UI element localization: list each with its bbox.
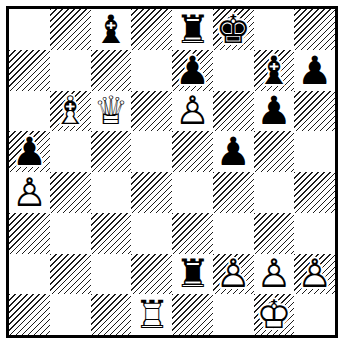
piece-glyph: ♖	[134, 295, 169, 334]
white-pawn-icon[interactable]: ♟♙	[9, 172, 50, 213]
square-g8[interactable]	[254, 9, 295, 50]
piece-glyph: ♙	[256, 254, 291, 293]
square-e2[interactable]: ♜♜	[172, 254, 213, 295]
white-pawn-icon[interactable]: ♟♙	[172, 91, 213, 132]
black-pawn-icon[interactable]: ♟♟	[172, 50, 213, 91]
piece-glyph: ♙	[175, 91, 210, 130]
piece-glyph: ♟	[12, 132, 47, 171]
square-d7[interactable]	[131, 50, 172, 91]
piece-glyph: ♟	[297, 51, 332, 90]
square-h4[interactable]	[294, 172, 335, 213]
piece-glyph: ♙	[216, 254, 251, 293]
square-e4[interactable]	[172, 172, 213, 213]
piece-glyph: ♜	[175, 254, 210, 293]
square-c7[interactable]	[91, 50, 132, 91]
square-h1[interactable]	[294, 294, 335, 335]
white-pawn-icon[interactable]: ♟♙	[213, 254, 254, 295]
square-f1[interactable]	[213, 294, 254, 335]
square-e5[interactable]	[172, 131, 213, 172]
piece-glyph: ♟	[175, 51, 210, 90]
square-a2[interactable]	[9, 254, 50, 295]
square-d8[interactable]	[131, 9, 172, 50]
square-c5[interactable]	[91, 131, 132, 172]
white-king-icon[interactable]: ♚♔	[254, 294, 295, 335]
piece-glyph: ♗	[53, 91, 88, 130]
square-f7[interactable]	[213, 50, 254, 91]
square-b3[interactable]	[50, 213, 91, 254]
piece-glyph: ♚	[216, 10, 251, 49]
square-d3[interactable]	[131, 213, 172, 254]
square-f4[interactable]	[213, 172, 254, 213]
piece-glyph: ♝	[256, 51, 291, 90]
square-f5[interactable]: ♟♟	[213, 131, 254, 172]
square-g7[interactable]: ♝♝	[254, 50, 295, 91]
square-d4[interactable]	[131, 172, 172, 213]
piece-glyph: ♙	[297, 254, 332, 293]
square-e8[interactable]: ♜♜	[172, 9, 213, 50]
square-b8[interactable]	[50, 9, 91, 50]
black-king-icon[interactable]: ♚♚	[213, 9, 254, 50]
piece-glyph: ♟	[256, 91, 291, 130]
square-c3[interactable]	[91, 213, 132, 254]
black-pawn-icon[interactable]: ♟♟	[254, 91, 295, 132]
square-c1[interactable]	[91, 294, 132, 335]
black-bishop-icon[interactable]: ♝♝	[91, 9, 132, 50]
square-e3[interactable]	[172, 213, 213, 254]
square-c4[interactable]	[91, 172, 132, 213]
square-a7[interactable]	[9, 50, 50, 91]
square-a3[interactable]	[9, 213, 50, 254]
square-b1[interactable]	[50, 294, 91, 335]
square-c2[interactable]	[91, 254, 132, 295]
square-c8[interactable]: ♝♝	[91, 9, 132, 50]
square-f8[interactable]: ♚♚	[213, 9, 254, 50]
square-e7[interactable]: ♟♟	[172, 50, 213, 91]
square-a8[interactable]	[9, 9, 50, 50]
white-pawn-icon[interactable]: ♟♙	[294, 254, 335, 295]
square-a5[interactable]: ♟♟	[9, 131, 50, 172]
piece-glyph: ♟	[216, 132, 251, 171]
square-g1[interactable]: ♚♔	[254, 294, 295, 335]
square-b6[interactable]: ♝♗	[50, 91, 91, 132]
square-f6[interactable]	[213, 91, 254, 132]
square-a6[interactable]	[9, 91, 50, 132]
square-g6[interactable]: ♟♟	[254, 91, 295, 132]
white-rook-icon[interactable]: ♜♖	[131, 294, 172, 335]
square-h6[interactable]	[294, 91, 335, 132]
piece-glyph: ♝	[93, 10, 128, 49]
square-a4[interactable]: ♟♙	[9, 172, 50, 213]
square-d2[interactable]	[131, 254, 172, 295]
piece-glyph: ♕	[93, 91, 128, 130]
square-d5[interactable]	[131, 131, 172, 172]
square-h7[interactable]: ♟♟	[294, 50, 335, 91]
piece-glyph: ♙	[12, 173, 47, 212]
square-a1[interactable]	[9, 294, 50, 335]
square-h2[interactable]: ♟♙	[294, 254, 335, 295]
square-b4[interactable]	[50, 172, 91, 213]
black-pawn-icon[interactable]: ♟♟	[213, 131, 254, 172]
square-h3[interactable]	[294, 213, 335, 254]
black-pawn-icon[interactable]: ♟♟	[9, 131, 50, 172]
square-b7[interactable]	[50, 50, 91, 91]
square-f3[interactable]	[213, 213, 254, 254]
square-h5[interactable]	[294, 131, 335, 172]
chess-diagram: ♝♝♜♜♚♚♟♟♝♝♟♟♝♗♛♕♟♙♟♟♟♟♟♟♟♙♜♜♟♙♟♙♟♙♜♖♚♔	[0, 0, 350, 350]
square-g3[interactable]	[254, 213, 295, 254]
chess-board: ♝♝♜♜♚♚♟♟♝♝♟♟♝♗♛♕♟♙♟♟♟♟♟♟♟♙♜♜♟♙♟♙♟♙♜♖♚♔	[6, 6, 338, 338]
square-h8[interactable]	[294, 9, 335, 50]
black-rook-icon[interactable]: ♜♜	[172, 254, 213, 295]
piece-glyph: ♔	[256, 295, 291, 334]
black-rook-icon[interactable]: ♜♜	[172, 9, 213, 50]
black-pawn-icon[interactable]: ♟♟	[294, 50, 335, 91]
black-bishop-icon[interactable]: ♝♝	[254, 50, 295, 91]
square-b2[interactable]	[50, 254, 91, 295]
square-b5[interactable]	[50, 131, 91, 172]
white-queen-icon[interactable]: ♛♕	[91, 91, 132, 132]
square-e1[interactable]	[172, 294, 213, 335]
white-pawn-icon[interactable]: ♟♙	[254, 254, 295, 295]
piece-glyph: ♜	[175, 10, 210, 49]
square-c6[interactable]: ♛♕	[91, 91, 132, 132]
square-g4[interactable]	[254, 172, 295, 213]
square-d6[interactable]	[131, 91, 172, 132]
square-g2[interactable]: ♟♙	[254, 254, 295, 295]
square-d1[interactable]: ♜♖	[131, 294, 172, 335]
square-f2[interactable]: ♟♙	[213, 254, 254, 295]
square-g5[interactable]	[254, 131, 295, 172]
white-bishop-icon[interactable]: ♝♗	[50, 91, 91, 132]
square-e6[interactable]: ♟♙	[172, 91, 213, 132]
